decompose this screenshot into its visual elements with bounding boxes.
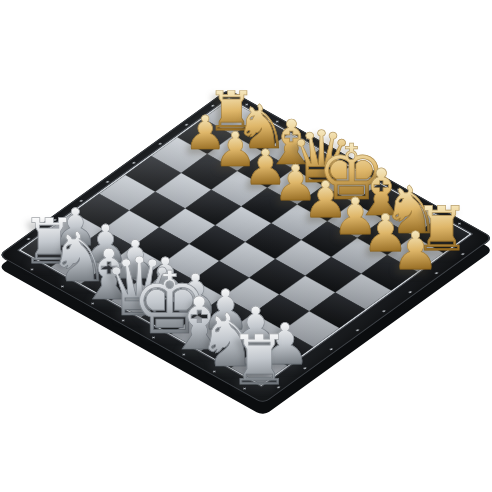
board-grid bbox=[18, 98, 472, 386]
chess-board bbox=[0, 89, 492, 404]
chess-set-product-photo: ♜♞♝♛♚♝♞♜♟♟♟♟♟♟♟♟♟♟♟♟♟♟♟♟♜♞♝♛♚♝♞♜ bbox=[0, 0, 492, 492]
